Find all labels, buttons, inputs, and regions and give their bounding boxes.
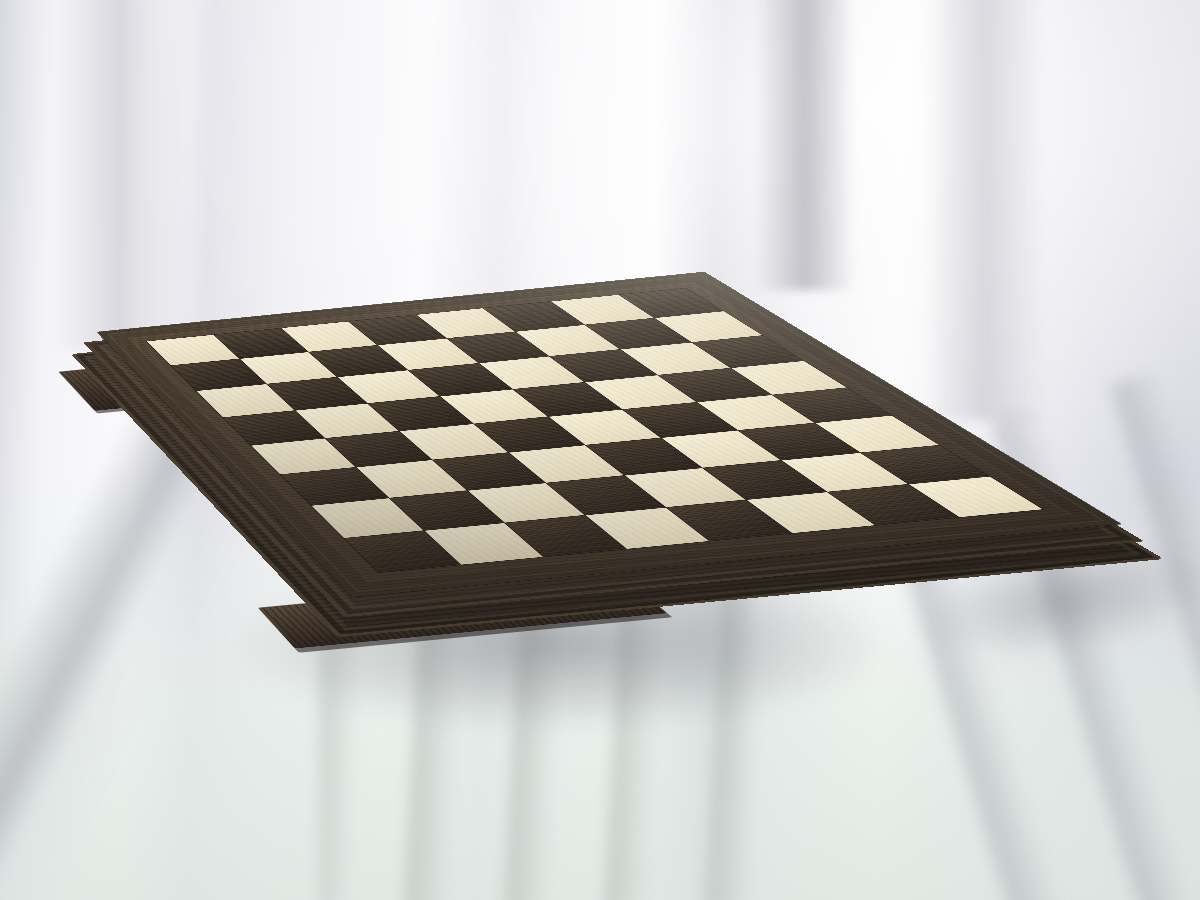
photo-scene [0, 0, 1200, 900]
